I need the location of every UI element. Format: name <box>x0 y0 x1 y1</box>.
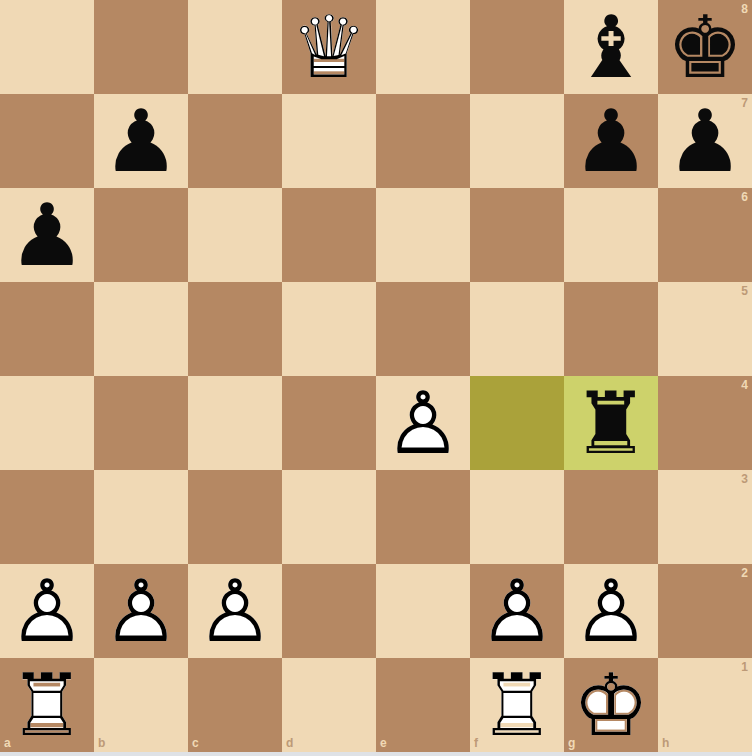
square-h5[interactable]: 5 <box>658 282 752 376</box>
square-d5[interactable] <box>282 282 376 376</box>
square-g1[interactable]: ♚♔g <box>564 658 658 752</box>
square-d8[interactable]: ♛♕ <box>282 0 376 94</box>
square-a5[interactable] <box>0 282 94 376</box>
rank-label-3: 3 <box>741 472 748 486</box>
piece-outline: ♖ <box>470 658 564 752</box>
piece-outline: ♔ <box>564 658 658 752</box>
file-label-c: c <box>192 736 199 750</box>
piece-outline: ♙ <box>376 376 470 470</box>
square-c7[interactable] <box>188 94 282 188</box>
square-h4[interactable]: 4 <box>658 376 752 470</box>
square-h3[interactable]: 3 <box>658 470 752 564</box>
black-bishop[interactable]: ♝ <box>564 0 658 94</box>
piece-outline: ♕ <box>282 0 376 94</box>
white-pawn[interactable]: ♟♙ <box>0 564 94 658</box>
square-e1[interactable]: e <box>376 658 470 752</box>
black-pawn[interactable]: ♟ <box>658 94 752 188</box>
square-h8[interactable]: ♚8 <box>658 0 752 94</box>
square-g5[interactable] <box>564 282 658 376</box>
square-c6[interactable] <box>188 188 282 282</box>
black-king[interactable]: ♚ <box>658 0 752 94</box>
square-b4[interactable] <box>94 376 188 470</box>
square-f4[interactable] <box>470 376 564 470</box>
rank-label-1: 1 <box>741 660 748 674</box>
piece-outline: ♖ <box>0 658 94 752</box>
black-pawn[interactable]: ♟ <box>94 94 188 188</box>
file-label-b: b <box>98 736 105 750</box>
file-label-d: d <box>286 736 293 750</box>
square-f1[interactable]: ♜♖f <box>470 658 564 752</box>
square-g2[interactable]: ♟♙ <box>564 564 658 658</box>
square-b2[interactable]: ♟♙ <box>94 564 188 658</box>
square-e6[interactable] <box>376 188 470 282</box>
square-f3[interactable] <box>470 470 564 564</box>
piece-outline: ♙ <box>0 564 94 658</box>
chess-board: ♛♕♝♚8♟♟♟7♟65♟♙♜43♟♙♟♙♟♙♟♙♟♙2♜♖abcde♜♖f♚♔… <box>0 0 752 752</box>
square-g3[interactable] <box>564 470 658 564</box>
square-g4[interactable]: ♜ <box>564 376 658 470</box>
file-label-h: h <box>662 736 669 750</box>
square-a6[interactable]: ♟ <box>0 188 94 282</box>
rank-label-5: 5 <box>741 284 748 298</box>
file-label-e: e <box>380 736 387 750</box>
black-pawn[interactable]: ♟ <box>0 188 94 282</box>
square-c5[interactable] <box>188 282 282 376</box>
square-e5[interactable] <box>376 282 470 376</box>
square-b3[interactable] <box>94 470 188 564</box>
square-f8[interactable] <box>470 0 564 94</box>
square-f5[interactable] <box>470 282 564 376</box>
square-c2[interactable]: ♟♙ <box>188 564 282 658</box>
square-e4[interactable]: ♟♙ <box>376 376 470 470</box>
white-queen[interactable]: ♛♕ <box>282 0 376 94</box>
square-b5[interactable] <box>94 282 188 376</box>
square-f6[interactable] <box>470 188 564 282</box>
square-c4[interactable] <box>188 376 282 470</box>
square-h6[interactable]: 6 <box>658 188 752 282</box>
square-c3[interactable] <box>188 470 282 564</box>
square-e8[interactable] <box>376 0 470 94</box>
white-pawn[interactable]: ♟♙ <box>376 376 470 470</box>
white-pawn[interactable]: ♟♙ <box>94 564 188 658</box>
square-a2[interactable]: ♟♙ <box>0 564 94 658</box>
black-rook[interactable]: ♜ <box>564 376 658 470</box>
square-d6[interactable] <box>282 188 376 282</box>
square-b8[interactable] <box>94 0 188 94</box>
square-d7[interactable] <box>282 94 376 188</box>
white-king[interactable]: ♚♔ <box>564 658 658 752</box>
white-rook[interactable]: ♜♖ <box>470 658 564 752</box>
square-d2[interactable] <box>282 564 376 658</box>
square-e2[interactable] <box>376 564 470 658</box>
square-a7[interactable] <box>0 94 94 188</box>
piece-outline: ♙ <box>564 564 658 658</box>
square-d4[interactable] <box>282 376 376 470</box>
black-pawn[interactable]: ♟ <box>564 94 658 188</box>
square-a3[interactable] <box>0 470 94 564</box>
square-f7[interactable] <box>470 94 564 188</box>
square-c8[interactable] <box>188 0 282 94</box>
piece-outline: ♙ <box>94 564 188 658</box>
square-b7[interactable]: ♟ <box>94 94 188 188</box>
square-d1[interactable]: d <box>282 658 376 752</box>
white-pawn[interactable]: ♟♙ <box>564 564 658 658</box>
square-a8[interactable] <box>0 0 94 94</box>
square-b6[interactable] <box>94 188 188 282</box>
rank-label-4: 4 <box>741 378 748 392</box>
square-d3[interactable] <box>282 470 376 564</box>
rank-label-2: 2 <box>741 566 748 580</box>
square-c1[interactable]: c <box>188 658 282 752</box>
white-pawn[interactable]: ♟♙ <box>470 564 564 658</box>
rank-label-6: 6 <box>741 190 748 204</box>
square-g7[interactable]: ♟ <box>564 94 658 188</box>
piece-outline: ♙ <box>188 564 282 658</box>
square-e3[interactable] <box>376 470 470 564</box>
white-rook[interactable]: ♜♖ <box>0 658 94 752</box>
square-a4[interactable] <box>0 376 94 470</box>
square-f2[interactable]: ♟♙ <box>470 564 564 658</box>
square-h2[interactable]: 2 <box>658 564 752 658</box>
piece-outline: ♙ <box>470 564 564 658</box>
white-pawn[interactable]: ♟♙ <box>188 564 282 658</box>
square-h7[interactable]: ♟7 <box>658 94 752 188</box>
square-g6[interactable] <box>564 188 658 282</box>
square-a1[interactable]: ♜♖a <box>0 658 94 752</box>
square-g8[interactable]: ♝ <box>564 0 658 94</box>
square-b1[interactable]: b <box>94 658 188 752</box>
square-h1[interactable]: 1h <box>658 658 752 752</box>
square-e7[interactable] <box>376 94 470 188</box>
